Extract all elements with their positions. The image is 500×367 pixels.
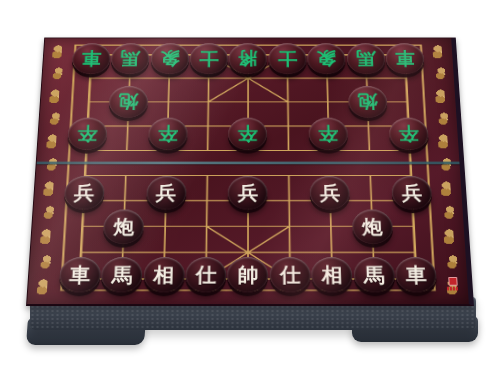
piece-glyph: 炮 <box>113 217 134 236</box>
piece-glyph: 馬 <box>356 50 376 68</box>
piece-green-soldier[interactable]: 卒 <box>67 118 108 150</box>
piece-glyph: 炮 <box>357 93 377 111</box>
board-point-1-6[interactable] <box>307 74 347 86</box>
piece-green-horse[interactable]: 馬 <box>346 43 385 74</box>
piece-glyph: 卒 <box>318 125 338 143</box>
board-point-5-4[interactable] <box>228 163 269 176</box>
piece-green-cannon[interactable]: 炮 <box>109 86 149 118</box>
piece-white-soldier[interactable]: 兵 <box>391 176 432 210</box>
piece-glyph: 仕 <box>195 265 216 285</box>
dragon-motif <box>42 205 55 219</box>
piece-green-soldier[interactable]: 卒 <box>229 118 268 150</box>
piece-white-chariot[interactable]: 車 <box>395 257 437 292</box>
piece-green-advisor[interactable]: 士 <box>190 43 228 74</box>
piece-glyph: 卒 <box>238 125 258 143</box>
piece-glyph: 象 <box>160 50 180 68</box>
dragon-motif <box>45 134 58 148</box>
piece-white-general[interactable]: 帥 <box>228 257 269 292</box>
piece-glyph: 士 <box>199 50 219 68</box>
piece-glyph: 士 <box>278 50 298 68</box>
board-point-8-0[interactable] <box>60 244 102 257</box>
board-point-6-2[interactable]: 兵 <box>145 176 187 210</box>
board-point-1-1[interactable] <box>109 74 149 86</box>
board-point-9-8[interactable]: 車 <box>394 257 438 292</box>
board-point-7-3[interactable] <box>186 209 228 243</box>
board-point-0-1[interactable]: 馬 <box>110 43 150 74</box>
piece-glyph: 相 <box>321 265 342 285</box>
dragon-motif <box>39 254 52 268</box>
piece-glyph: 兵 <box>73 183 94 202</box>
brand-seal <box>446 277 459 290</box>
board-point-0-5[interactable]: 士 <box>268 43 308 74</box>
dragon-motif <box>436 134 449 148</box>
piece-white-elephant[interactable]: 相 <box>311 257 353 292</box>
board-point-6-8[interactable]: 兵 <box>391 176 434 210</box>
piece-glyph: 相 <box>153 265 174 285</box>
board-point-5-3[interactable] <box>187 163 228 176</box>
dragon-motif <box>45 158 58 172</box>
board-point-0-7[interactable]: 馬 <box>346 43 386 74</box>
piece-green-elephant[interactable]: 象 <box>150 43 189 74</box>
dragon-motif <box>39 229 53 244</box>
piece-glyph: 車 <box>81 50 101 68</box>
board-point-7-6[interactable] <box>310 209 352 243</box>
board-point-0-6[interactable]: 象 <box>307 43 347 74</box>
board-point-5-7[interactable] <box>350 163 391 176</box>
board-point-0-2[interactable]: 象 <box>149 43 189 74</box>
piece-green-advisor[interactable]: 士 <box>268 43 306 74</box>
board-point-2-3[interactable] <box>188 86 228 118</box>
board-point-0-3[interactable]: 士 <box>189 43 229 74</box>
dragon-motif <box>51 45 64 58</box>
board-point-8-4[interactable] <box>227 244 269 257</box>
board-point-3-0[interactable]: 卒 <box>66 118 108 150</box>
board-point-5-1[interactable] <box>105 163 146 176</box>
dragon-motif <box>439 181 452 195</box>
brand-seal-icon <box>448 277 457 286</box>
playing-field: 車馬象士將士象馬車炮炮卒卒卒卒卒兵兵兵兵兵炮炮車馬相仕帥仕相馬車 <box>58 43 438 292</box>
board-point-5-5[interactable] <box>268 163 309 176</box>
board-point-8-8[interactable] <box>394 244 436 257</box>
board-point-8-3[interactable] <box>185 244 227 257</box>
board-point-9-7[interactable]: 馬 <box>353 257 396 292</box>
board-grid: 車馬象士將士象馬車炮炮卒卒卒卒卒兵兵兵兵兵炮炮車馬相仕帥仕相馬車 <box>58 43 438 292</box>
product-photo-xiangqi-set: 車馬象士將士象馬車炮炮卒卒卒卒卒兵兵兵兵兵炮炮車馬相仕帥仕相馬車 <box>0 0 500 367</box>
piece-glyph: 卒 <box>157 125 177 143</box>
dragon-motif <box>48 112 61 125</box>
board-point-2-7[interactable]: 炮 <box>347 86 388 118</box>
dragon-motif <box>446 254 458 268</box>
piece-white-elephant[interactable]: 相 <box>143 257 185 292</box>
dragon-motif <box>51 67 64 80</box>
board-point-1-5[interactable] <box>268 74 308 86</box>
piece-white-soldier[interactable]: 兵 <box>146 176 186 210</box>
piece-glyph: 將 <box>238 50 257 68</box>
board-point-5-0[interactable] <box>65 163 106 176</box>
dragon-motif <box>438 112 449 125</box>
board-point-9-4[interactable]: 帥 <box>227 257 269 292</box>
piece-green-soldier[interactable]: 卒 <box>389 118 430 150</box>
piece-white-horse[interactable]: 馬 <box>101 257 143 292</box>
board-point-0-4[interactable]: 將 <box>228 43 267 74</box>
board-point-6-7[interactable] <box>350 176 392 210</box>
board-point-7-0[interactable] <box>61 209 104 243</box>
board-point-9-1[interactable]: 馬 <box>100 257 143 292</box>
board-point-3-3[interactable] <box>187 118 228 150</box>
board-point-0-8[interactable]: 車 <box>385 43 426 74</box>
board-point-1-0[interactable] <box>70 74 110 86</box>
board-point-3-5[interactable] <box>268 118 309 150</box>
board-point-9-2[interactable]: 相 <box>142 257 185 292</box>
board-point-9-5[interactable]: 仕 <box>269 257 311 292</box>
piece-white-cannon[interactable]: 炮 <box>352 209 393 243</box>
board-point-9-6[interactable]: 相 <box>311 257 354 292</box>
board-point-7-5[interactable] <box>269 209 311 243</box>
piece-glyph: 仕 <box>280 265 301 285</box>
board-point-3-2[interactable]: 卒 <box>147 118 188 150</box>
board-point-2-1[interactable]: 炮 <box>108 86 149 118</box>
board-point-6-3[interactable] <box>186 176 227 210</box>
piece-glyph: 馬 <box>363 265 385 285</box>
piece-green-general[interactable]: 將 <box>229 43 267 74</box>
piece-glyph: 車 <box>405 265 427 285</box>
board-point-3-7[interactable] <box>348 118 389 150</box>
piece-glyph: 兵 <box>320 183 341 202</box>
board-point-8-6[interactable] <box>310 244 352 257</box>
xiangqi-board: 車馬象士將士象馬車炮炮卒卒卒卒卒兵兵兵兵兵炮炮車馬相仕帥仕相馬車 <box>26 38 474 306</box>
piece-green-soldier[interactable]: 卒 <box>148 118 188 150</box>
piece-white-soldier[interactable]: 兵 <box>228 176 268 210</box>
piece-white-advisor[interactable]: 仕 <box>270 257 311 292</box>
fold-seam <box>37 162 460 165</box>
piece-glyph: 馬 <box>120 50 140 68</box>
board-point-1-3[interactable] <box>189 74 229 86</box>
piece-glyph: 馬 <box>111 265 133 285</box>
board-point-1-8[interactable] <box>386 74 426 86</box>
dragon-motif <box>443 205 455 219</box>
piece-white-advisor[interactable]: 仕 <box>185 257 226 292</box>
board-point-3-4[interactable]: 卒 <box>228 118 268 150</box>
dragon-motif <box>442 229 456 244</box>
board-point-8-7[interactable] <box>352 244 394 257</box>
board-point-7-8[interactable] <box>392 209 435 243</box>
board-point-3-8[interactable]: 卒 <box>388 118 430 150</box>
board-point-7-4[interactable] <box>227 209 269 243</box>
dragon-motif <box>42 181 55 195</box>
board-point-2-6[interactable] <box>308 86 349 118</box>
piece-green-chariot[interactable]: 車 <box>71 43 111 74</box>
piece-white-chariot[interactable]: 車 <box>59 257 101 292</box>
board-point-2-8[interactable] <box>387 86 428 118</box>
board-point-3-1[interactable] <box>107 118 148 150</box>
board-point-3-6[interactable]: 卒 <box>308 118 349 150</box>
piece-glyph: 帥 <box>238 265 259 285</box>
board-point-1-7[interactable] <box>347 74 387 86</box>
piece-green-cannon[interactable]: 炮 <box>348 86 388 118</box>
piece-glyph: 卒 <box>399 125 420 143</box>
dragon-motif <box>431 45 444 58</box>
piece-green-elephant[interactable]: 象 <box>307 43 346 74</box>
piece-glyph: 炮 <box>118 93 138 111</box>
piece-glyph: 象 <box>317 50 337 68</box>
board-point-2-5[interactable] <box>268 86 308 118</box>
board-point-8-1[interactable] <box>102 244 144 257</box>
board-point-7-1[interactable]: 炮 <box>102 209 145 243</box>
piece-glyph: 兵 <box>238 183 258 202</box>
piece-glyph: 車 <box>395 50 415 68</box>
piece-green-chariot[interactable]: 車 <box>386 43 425 74</box>
board-tilt-wrapper: 車馬象士將士象馬車炮炮卒卒卒卒卒兵兵兵兵兵炮炮車馬相仕帥仕相馬車 <box>26 38 474 306</box>
dragon-motif <box>434 89 447 103</box>
board-point-6-6[interactable]: 兵 <box>309 176 351 210</box>
board-point-2-2[interactable] <box>148 86 189 118</box>
board-point-5-6[interactable] <box>309 163 350 176</box>
board-point-1-4[interactable] <box>228 74 268 86</box>
board-point-9-3[interactable]: 仕 <box>185 257 228 292</box>
piece-glyph: 車 <box>69 265 91 285</box>
board-point-7-2[interactable] <box>144 209 186 243</box>
dragon-motif <box>35 279 49 294</box>
piece-green-horse[interactable]: 馬 <box>111 43 150 74</box>
board-point-6-4[interactable]: 兵 <box>227 176 268 210</box>
brand-seal-caption <box>447 287 459 291</box>
dragon-motif <box>48 89 61 103</box>
board-point-5-2[interactable] <box>146 163 187 176</box>
board-point-7-7[interactable]: 炮 <box>351 209 394 243</box>
board-point-6-5[interactable] <box>268 176 309 210</box>
board-point-8-2[interactable] <box>143 244 185 257</box>
board-point-8-5[interactable] <box>269 244 311 257</box>
dragon-motif <box>435 67 446 80</box>
board-point-6-0[interactable]: 兵 <box>63 176 106 210</box>
board-point-5-8[interactable] <box>390 163 431 176</box>
board-point-2-0[interactable] <box>68 86 109 118</box>
piece-glyph: 卒 <box>77 125 98 143</box>
piece-glyph: 兵 <box>401 183 422 202</box>
piece-white-horse[interactable]: 馬 <box>353 257 395 292</box>
dragon-motif <box>440 158 452 172</box>
board-point-0-0[interactable]: 車 <box>71 43 112 74</box>
board-point-1-2[interactable] <box>149 74 189 86</box>
piece-white-soldier[interactable]: 兵 <box>63 176 104 210</box>
board-point-9-0[interactable]: 車 <box>58 257 102 292</box>
board-point-6-1[interactable] <box>104 176 146 210</box>
board-point-2-4[interactable] <box>228 86 268 118</box>
piece-green-soldier[interactable]: 卒 <box>309 118 349 150</box>
piece-white-soldier[interactable]: 兵 <box>310 176 350 210</box>
piece-white-cannon[interactable]: 炮 <box>103 209 144 243</box>
piece-glyph: 兵 <box>156 183 177 202</box>
piece-glyph: 炮 <box>362 217 383 236</box>
